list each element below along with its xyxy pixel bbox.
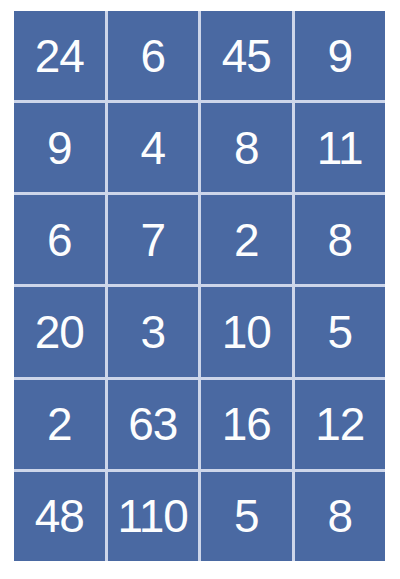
grid-cell: 9 (295, 11, 386, 100)
grid-cell: 20 (14, 287, 105, 376)
grid-cell: 7 (108, 195, 199, 284)
grid-cell: 6 (108, 11, 199, 100)
grid-cell: 63 (108, 380, 199, 469)
grid-cell: 2 (201, 195, 292, 284)
grid-cell: 10 (201, 287, 292, 376)
number-grid: 24645994811672820310526316124811058 (14, 11, 385, 561)
grid-cell: 9 (14, 103, 105, 192)
grid-cell: 5 (201, 472, 292, 561)
grid-cell: 8 (295, 472, 386, 561)
grid-cell: 4 (108, 103, 199, 192)
grid-cell: 110 (108, 472, 199, 561)
grid-cell: 48 (14, 472, 105, 561)
grid-cell: 5 (295, 287, 386, 376)
grid-cell: 12 (295, 380, 386, 469)
grid-cell: 8 (295, 195, 386, 284)
grid-cell: 45 (201, 11, 292, 100)
grid-cell: 2 (14, 380, 105, 469)
grid-cell: 16 (201, 380, 292, 469)
grid-cell: 6 (14, 195, 105, 284)
puzzle-page: 24645994811672820310526316124811058 (0, 0, 400, 579)
grid-cell: 3 (108, 287, 199, 376)
grid-cell: 8 (201, 103, 292, 192)
grid-cell: 24 (14, 11, 105, 100)
grid-cell: 11 (295, 103, 386, 192)
